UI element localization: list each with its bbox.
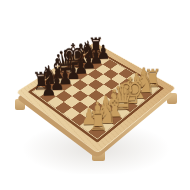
board-tilt-wrapper: ♜♞♝♛♚♝♞♜♟♟♟♟♟♟♟♟♟♟♟♟♟♟♟♟♜♞♝♛♚♝♞♜ <box>13 7 177 171</box>
chess-board: ♜♞♝♛♚♝♞♜♟♟♟♟♟♟♟♟♟♟♟♟♟♟♟♟♜♞♝♛♚♝♞♜ <box>16 42 176 154</box>
playing-area: ♜♞♝♛♚♝♞♜♟♟♟♟♟♟♟♟♟♟♟♟♟♟♟♟♜♞♝♛♚♝♞♜ <box>32 51 161 140</box>
black-pawn: ♟ <box>40 78 56 99</box>
white-rook: ♜ <box>88 108 108 135</box>
chess-set-product-photo: ♜♞♝♛♚♝♞♜♟♟♟♟♟♟♟♟♟♟♟♟♟♟♟♟♜♞♝♛♚♝♞♜ <box>0 0 190 190</box>
